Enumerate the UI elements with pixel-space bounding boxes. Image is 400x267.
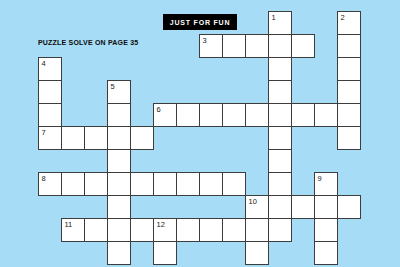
crossword-cell[interactable]: 12 xyxy=(153,218,177,242)
crossword-cell[interactable] xyxy=(107,103,131,127)
crossword-cell[interactable]: 7 xyxy=(38,126,62,150)
crossword-cell[interactable] xyxy=(222,34,246,58)
crossword-cell[interactable] xyxy=(291,103,315,127)
clue-number: 6 xyxy=(157,106,161,114)
crossword-cell[interactable] xyxy=(176,172,200,196)
clue-number: 1 xyxy=(272,14,276,22)
crossword-cell[interactable] xyxy=(337,103,361,127)
crossword-cell[interactable] xyxy=(314,241,338,265)
crossword-cell[interactable] xyxy=(38,103,62,127)
crossword-cell[interactable] xyxy=(222,103,246,127)
crossword-grid: 123456789101112 xyxy=(0,0,400,267)
crossword-cell[interactable] xyxy=(245,103,269,127)
crossword-cell[interactable]: 9 xyxy=(314,172,338,196)
crossword-cell[interactable] xyxy=(153,172,177,196)
crossword-cell[interactable] xyxy=(268,34,292,58)
clue-number: 9 xyxy=(318,175,322,183)
crossword-cell[interactable] xyxy=(176,218,200,242)
crossword-cell[interactable] xyxy=(222,218,246,242)
clue-number: 12 xyxy=(157,221,165,229)
crossword-cell[interactable] xyxy=(268,218,292,242)
crossword-cell[interactable] xyxy=(107,149,131,173)
crossword-cell[interactable]: 11 xyxy=(61,218,85,242)
crossword-cell[interactable] xyxy=(130,172,154,196)
crossword-cell[interactable]: 6 xyxy=(153,103,177,127)
crossword-cell[interactable] xyxy=(107,126,131,150)
crossword-cell[interactable] xyxy=(84,172,108,196)
crossword-cell[interactable] xyxy=(199,172,223,196)
crossword-cell[interactable]: 10 xyxy=(245,195,269,219)
crossword-cell[interactable] xyxy=(199,103,223,127)
crossword-cell[interactable] xyxy=(337,195,361,219)
crossword-cell[interactable] xyxy=(337,126,361,150)
crossword-cell[interactable] xyxy=(291,34,315,58)
crossword-cell[interactable] xyxy=(61,126,85,150)
crossword-cell[interactable] xyxy=(337,34,361,58)
crossword-cell[interactable] xyxy=(107,218,131,242)
crossword-cell[interactable] xyxy=(268,195,292,219)
crossword-cell[interactable]: 8 xyxy=(38,172,62,196)
crossword-cell[interactable]: 1 xyxy=(268,11,292,35)
crossword-cell[interactable] xyxy=(199,218,223,242)
crossword-cell[interactable] xyxy=(107,172,131,196)
clue-number: 4 xyxy=(42,60,46,68)
clue-number: 10 xyxy=(249,198,257,206)
crossword-cell[interactable] xyxy=(61,172,85,196)
clue-number: 5 xyxy=(111,83,115,91)
crossword-cell[interactable] xyxy=(291,195,315,219)
clue-number: 2 xyxy=(341,14,345,22)
clue-number: 7 xyxy=(42,129,46,137)
crossword-cell[interactable] xyxy=(153,241,177,265)
crossword-cell[interactable] xyxy=(314,103,338,127)
crossword-cell[interactable] xyxy=(84,218,108,242)
crossword-cell[interactable] xyxy=(107,241,131,265)
crossword-cell[interactable] xyxy=(245,218,269,242)
crossword-cell[interactable] xyxy=(268,172,292,196)
crossword-cell[interactable] xyxy=(84,126,108,150)
crossword-cell[interactable] xyxy=(245,241,269,265)
crossword-cell[interactable] xyxy=(314,218,338,242)
crossword-cell[interactable]: 2 xyxy=(337,11,361,35)
crossword-cell[interactable] xyxy=(337,80,361,104)
crossword-cell[interactable]: 4 xyxy=(38,57,62,81)
crossword-cell[interactable]: 3 xyxy=(199,34,223,58)
clue-number: 11 xyxy=(65,221,73,229)
clue-number: 8 xyxy=(42,175,46,183)
crossword-cell[interactable] xyxy=(176,103,200,127)
puzzle-page: JUST FOR FUN PUZZLE SOLVE ON PAGE 35 123… xyxy=(0,0,400,267)
crossword-cell[interactable] xyxy=(107,195,131,219)
crossword-cell[interactable] xyxy=(268,103,292,127)
crossword-cell[interactable] xyxy=(130,126,154,150)
crossword-cell[interactable] xyxy=(337,57,361,81)
crossword-cell[interactable] xyxy=(268,126,292,150)
crossword-cell[interactable] xyxy=(268,57,292,81)
crossword-cell[interactable] xyxy=(38,80,62,104)
crossword-cell[interactable] xyxy=(314,195,338,219)
crossword-cell[interactable] xyxy=(268,80,292,104)
crossword-cell[interactable] xyxy=(130,218,154,242)
crossword-cell[interactable] xyxy=(268,149,292,173)
clue-number: 3 xyxy=(203,37,207,45)
crossword-cell[interactable] xyxy=(222,172,246,196)
crossword-cell[interactable]: 5 xyxy=(107,80,131,104)
crossword-cell[interactable] xyxy=(245,34,269,58)
